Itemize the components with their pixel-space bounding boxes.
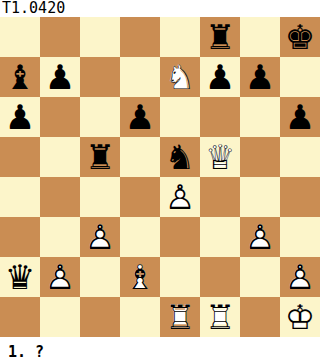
- square-e3[interactable]: [160, 217, 200, 257]
- piece-white-rook: ♜♖: [165, 300, 195, 334]
- square-f3[interactable]: [200, 217, 240, 257]
- square-e1[interactable]: ♜♖: [160, 297, 200, 337]
- piece-white-pawn: ♟♙: [45, 260, 75, 294]
- square-g7[interactable]: ♟: [240, 57, 280, 97]
- square-e8[interactable]: [160, 17, 200, 57]
- piece-outline: ♖: [165, 300, 195, 334]
- square-c1[interactable]: [80, 297, 120, 337]
- square-c2[interactable]: [80, 257, 120, 297]
- square-f7[interactable]: ♟: [200, 57, 240, 97]
- square-b6[interactable]: [40, 97, 80, 137]
- piece-outline: ♙: [165, 180, 195, 214]
- piece-black-pawn: ♟: [285, 100, 315, 134]
- square-a8[interactable]: [0, 17, 40, 57]
- square-d2[interactable]: ♝♗: [120, 257, 160, 297]
- square-g3[interactable]: ♟♙: [240, 217, 280, 257]
- square-d5[interactable]: [120, 137, 160, 177]
- square-d7[interactable]: [120, 57, 160, 97]
- piece-white-king: ♚♔: [285, 300, 315, 334]
- square-c5[interactable]: ♜: [80, 137, 120, 177]
- square-c7[interactable]: [80, 57, 120, 97]
- square-e4[interactable]: ♟♙: [160, 177, 200, 217]
- square-h5[interactable]: [280, 137, 320, 177]
- square-h6[interactable]: ♟: [280, 97, 320, 137]
- puzzle-id: T1.0420: [0, 0, 320, 17]
- piece-outline: ♙: [285, 260, 315, 294]
- square-e2[interactable]: [160, 257, 200, 297]
- piece-outline: ♖: [205, 300, 235, 334]
- square-f6[interactable]: [200, 97, 240, 137]
- piece-black-pawn: ♟: [245, 60, 275, 94]
- square-e7[interactable]: ♞♘: [160, 57, 200, 97]
- chess-board: ♜♚♝♟♞♘♟♟♟♟♟♜♞♛♕♟♙♟♙♟♙♛♟♙♝♗♟♙♜♖♜♖♚♔: [0, 17, 320, 337]
- square-b5[interactable]: [40, 137, 80, 177]
- square-c8[interactable]: [80, 17, 120, 57]
- square-f4[interactable]: [200, 177, 240, 217]
- piece-white-rook: ♜♖: [205, 300, 235, 334]
- piece-outline: ♘: [165, 60, 195, 94]
- square-f8[interactable]: ♜: [200, 17, 240, 57]
- square-a3[interactable]: [0, 217, 40, 257]
- square-h2[interactable]: ♟♙: [280, 257, 320, 297]
- square-d8[interactable]: [120, 17, 160, 57]
- piece-white-knight: ♞♘: [165, 60, 195, 94]
- square-b3[interactable]: [40, 217, 80, 257]
- piece-black-rook: ♜: [85, 140, 115, 174]
- square-f5[interactable]: ♛♕: [200, 137, 240, 177]
- square-c6[interactable]: [80, 97, 120, 137]
- piece-outline: ♔: [285, 300, 315, 334]
- square-f1[interactable]: ♜♖: [200, 297, 240, 337]
- piece-black-queen: ♛: [5, 260, 35, 294]
- piece-white-pawn: ♟♙: [165, 180, 195, 214]
- piece-white-pawn: ♟♙: [285, 260, 315, 294]
- square-g4[interactable]: [240, 177, 280, 217]
- square-g1[interactable]: [240, 297, 280, 337]
- square-h7[interactable]: [280, 57, 320, 97]
- piece-black-pawn: ♟: [45, 60, 75, 94]
- square-a7[interactable]: ♝: [0, 57, 40, 97]
- square-e5[interactable]: ♞: [160, 137, 200, 177]
- square-c3[interactable]: ♟♙: [80, 217, 120, 257]
- piece-outline: ♙: [245, 220, 275, 254]
- piece-white-pawn: ♟♙: [245, 220, 275, 254]
- piece-black-pawn: ♟: [125, 100, 155, 134]
- piece-white-queen: ♛♕: [205, 140, 235, 174]
- move-prompt: 1. ?: [0, 337, 320, 360]
- piece-black-pawn: ♟: [5, 100, 35, 134]
- square-a6[interactable]: ♟: [0, 97, 40, 137]
- square-a1[interactable]: [0, 297, 40, 337]
- square-d3[interactable]: [120, 217, 160, 257]
- square-e6[interactable]: [160, 97, 200, 137]
- square-d6[interactable]: ♟: [120, 97, 160, 137]
- square-f2[interactable]: [200, 257, 240, 297]
- piece-outline: ♕: [205, 140, 235, 174]
- square-d4[interactable]: [120, 177, 160, 217]
- piece-white-bishop: ♝♗: [125, 260, 155, 294]
- piece-white-pawn: ♟♙: [85, 220, 115, 254]
- piece-outline: ♙: [45, 260, 75, 294]
- square-g8[interactable]: [240, 17, 280, 57]
- square-a5[interactable]: [0, 137, 40, 177]
- square-g2[interactable]: [240, 257, 280, 297]
- square-h8[interactable]: ♚: [280, 17, 320, 57]
- piece-outline: ♙: [85, 220, 115, 254]
- square-g6[interactable]: [240, 97, 280, 137]
- piece-outline: ♗: [125, 260, 155, 294]
- square-b2[interactable]: ♟♙: [40, 257, 80, 297]
- square-h1[interactable]: ♚♔: [280, 297, 320, 337]
- piece-black-pawn: ♟: [205, 60, 235, 94]
- square-b4[interactable]: [40, 177, 80, 217]
- piece-black-king: ♚: [285, 20, 315, 54]
- piece-black-rook: ♜: [205, 20, 235, 54]
- square-a2[interactable]: ♛: [0, 257, 40, 297]
- square-h3[interactable]: [280, 217, 320, 257]
- square-b7[interactable]: ♟: [40, 57, 80, 97]
- square-h4[interactable]: [280, 177, 320, 217]
- piece-black-knight: ♞: [165, 140, 195, 174]
- piece-black-bishop: ♝: [5, 60, 35, 94]
- square-g5[interactable]: [240, 137, 280, 177]
- square-c4[interactable]: [80, 177, 120, 217]
- square-a4[interactable]: [0, 177, 40, 217]
- square-b1[interactable]: [40, 297, 80, 337]
- square-b8[interactable]: [40, 17, 80, 57]
- square-d1[interactable]: [120, 297, 160, 337]
